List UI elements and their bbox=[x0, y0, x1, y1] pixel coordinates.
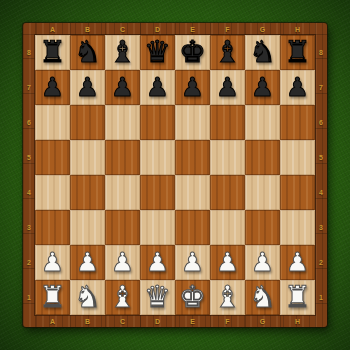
square-c6[interactable] bbox=[105, 105, 140, 140]
square-c8[interactable]: ♝ bbox=[105, 35, 140, 70]
square-e4[interactable] bbox=[175, 175, 210, 210]
square-f3[interactable] bbox=[210, 210, 245, 245]
white-pawn[interactable]: ♟ bbox=[216, 249, 239, 275]
square-h4[interactable] bbox=[280, 175, 315, 210]
square-d1[interactable]: ♛ bbox=[140, 280, 175, 315]
square-g7[interactable]: ♟ bbox=[245, 70, 280, 105]
white-pawn[interactable]: ♟ bbox=[41, 249, 64, 275]
black-king[interactable]: ♚ bbox=[179, 37, 206, 67]
white-bishop[interactable]: ♝ bbox=[109, 282, 136, 312]
white-knight[interactable]: ♞ bbox=[74, 282, 101, 312]
black-knight[interactable]: ♞ bbox=[249, 37, 276, 67]
square-d2[interactable]: ♟ bbox=[140, 245, 175, 280]
square-c3[interactable] bbox=[105, 210, 140, 245]
square-f8[interactable]: ♝ bbox=[210, 35, 245, 70]
square-a6[interactable] bbox=[35, 105, 70, 140]
square-e6[interactable] bbox=[175, 105, 210, 140]
black-pawn[interactable]: ♟ bbox=[251, 74, 274, 100]
square-c5[interactable] bbox=[105, 140, 140, 175]
square-d8[interactable]: ♛ bbox=[140, 35, 175, 70]
square-e3[interactable] bbox=[175, 210, 210, 245]
square-g2[interactable]: ♟ bbox=[245, 245, 280, 280]
white-pawn[interactable]: ♟ bbox=[251, 249, 274, 275]
square-h3[interactable] bbox=[280, 210, 315, 245]
square-b4[interactable] bbox=[70, 175, 105, 210]
square-a1[interactable]: ♜ bbox=[35, 280, 70, 315]
square-b5[interactable] bbox=[70, 140, 105, 175]
white-knight[interactable]: ♞ bbox=[249, 282, 276, 312]
white-pawn[interactable]: ♟ bbox=[111, 249, 134, 275]
square-h7[interactable]: ♟ bbox=[280, 70, 315, 105]
black-knight[interactable]: ♞ bbox=[74, 37, 101, 67]
square-b7[interactable]: ♟ bbox=[70, 70, 105, 105]
chess-board-frame: ♜♞♝♛♚♝♞♜♟♟♟♟♟♟♟♟♟♟♟♟♟♟♟♟♜♞♝♛♚♝♞♜ bbox=[23, 23, 327, 327]
square-h8[interactable]: ♜ bbox=[280, 35, 315, 70]
square-c1[interactable]: ♝ bbox=[105, 280, 140, 315]
square-h2[interactable]: ♟ bbox=[280, 245, 315, 280]
square-g6[interactable] bbox=[245, 105, 280, 140]
square-b8[interactable]: ♞ bbox=[70, 35, 105, 70]
square-g5[interactable] bbox=[245, 140, 280, 175]
black-pawn[interactable]: ♟ bbox=[146, 74, 169, 100]
square-a5[interactable] bbox=[35, 140, 70, 175]
black-queen[interactable]: ♛ bbox=[144, 37, 171, 67]
square-g8[interactable]: ♞ bbox=[245, 35, 280, 70]
square-f6[interactable] bbox=[210, 105, 245, 140]
white-king[interactable]: ♚ bbox=[179, 282, 206, 312]
square-d3[interactable] bbox=[140, 210, 175, 245]
square-a4[interactable] bbox=[35, 175, 70, 210]
square-c4[interactable] bbox=[105, 175, 140, 210]
white-bishop[interactable]: ♝ bbox=[214, 282, 241, 312]
square-e5[interactable] bbox=[175, 140, 210, 175]
black-pawn[interactable]: ♟ bbox=[41, 74, 64, 100]
square-f5[interactable] bbox=[210, 140, 245, 175]
square-f4[interactable] bbox=[210, 175, 245, 210]
white-rook[interactable]: ♜ bbox=[284, 282, 311, 312]
square-f7[interactable]: ♟ bbox=[210, 70, 245, 105]
white-pawn[interactable]: ♟ bbox=[286, 249, 309, 275]
square-h6[interactable] bbox=[280, 105, 315, 140]
black-rook[interactable]: ♜ bbox=[39, 37, 66, 67]
white-queen[interactable]: ♛ bbox=[144, 282, 171, 312]
square-a2[interactable]: ♟ bbox=[35, 245, 70, 280]
square-d5[interactable] bbox=[140, 140, 175, 175]
square-d7[interactable]: ♟ bbox=[140, 70, 175, 105]
square-h1[interactable]: ♜ bbox=[280, 280, 315, 315]
square-h5[interactable] bbox=[280, 140, 315, 175]
black-pawn[interactable]: ♟ bbox=[181, 74, 204, 100]
chess-board: ♜♞♝♛♚♝♞♜♟♟♟♟♟♟♟♟♟♟♟♟♟♟♟♟♜♞♝♛♚♝♞♜ bbox=[35, 35, 315, 315]
square-g4[interactable] bbox=[245, 175, 280, 210]
square-a7[interactable]: ♟ bbox=[35, 70, 70, 105]
square-a8[interactable]: ♜ bbox=[35, 35, 70, 70]
square-e1[interactable]: ♚ bbox=[175, 280, 210, 315]
black-pawn[interactable]: ♟ bbox=[286, 74, 309, 100]
square-c7[interactable]: ♟ bbox=[105, 70, 140, 105]
square-b6[interactable] bbox=[70, 105, 105, 140]
square-e2[interactable]: ♟ bbox=[175, 245, 210, 280]
white-rook[interactable]: ♜ bbox=[39, 282, 66, 312]
square-b3[interactable] bbox=[70, 210, 105, 245]
white-pawn[interactable]: ♟ bbox=[76, 249, 99, 275]
square-d6[interactable] bbox=[140, 105, 175, 140]
square-f2[interactable]: ♟ bbox=[210, 245, 245, 280]
black-bishop[interactable]: ♝ bbox=[214, 37, 241, 67]
square-b2[interactable]: ♟ bbox=[70, 245, 105, 280]
square-b1[interactable]: ♞ bbox=[70, 280, 105, 315]
white-pawn[interactable]: ♟ bbox=[181, 249, 204, 275]
black-pawn[interactable]: ♟ bbox=[76, 74, 99, 100]
black-rook[interactable]: ♜ bbox=[284, 37, 311, 67]
white-pawn[interactable]: ♟ bbox=[146, 249, 169, 275]
square-e7[interactable]: ♟ bbox=[175, 70, 210, 105]
square-f1[interactable]: ♝ bbox=[210, 280, 245, 315]
square-g3[interactable] bbox=[245, 210, 280, 245]
square-a3[interactable] bbox=[35, 210, 70, 245]
black-bishop[interactable]: ♝ bbox=[109, 37, 136, 67]
black-pawn[interactable]: ♟ bbox=[216, 74, 239, 100]
square-c2[interactable]: ♟ bbox=[105, 245, 140, 280]
square-g1[interactable]: ♞ bbox=[245, 280, 280, 315]
square-d4[interactable] bbox=[140, 175, 175, 210]
square-e8[interactable]: ♚ bbox=[175, 35, 210, 70]
black-pawn[interactable]: ♟ bbox=[111, 74, 134, 100]
